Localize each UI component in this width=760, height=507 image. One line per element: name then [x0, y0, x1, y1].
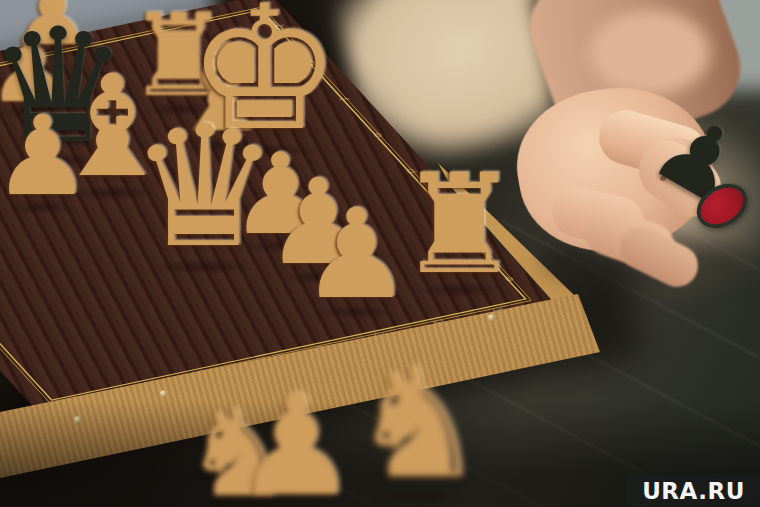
border-file-label: c: [436, 204, 453, 210]
border-file-label: b: [469, 240, 486, 247]
hinge-screw: [488, 314, 495, 321]
border-file-label: h: [271, 24, 288, 31]
watermark-box: URA.RU: [627, 474, 760, 507]
border-file-label: d: [403, 168, 420, 175]
photo-canvas: 87654321hgfedcba ♜♟♟♟♛♝♛♟♟♟♜♝♚♞♟♞ ♟ URA.…: [0, 0, 760, 507]
wrist-highlight: [590, 10, 710, 95]
border-file-label: a: [502, 276, 519, 283]
border-file-label: e: [370, 132, 387, 139]
hinge-screw: [160, 390, 167, 397]
watermark-text: URA.RU: [642, 478, 745, 504]
border-file-label: g: [304, 60, 321, 67]
